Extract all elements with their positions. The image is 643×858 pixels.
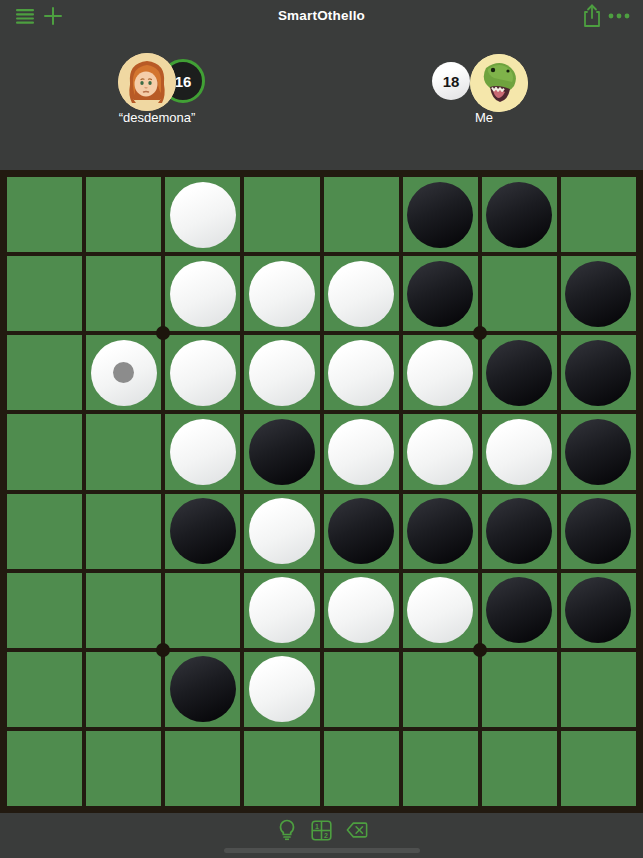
smartothello-screen: SmartOthello 16 [0, 0, 643, 858]
black-disc [170, 656, 236, 722]
white-disc [407, 419, 473, 485]
board-cell-h2[interactable] [561, 256, 636, 331]
board-cell-c8[interactable] [165, 731, 240, 806]
board-cell-g7[interactable] [482, 652, 557, 727]
home-indicator[interactable] [224, 848, 420, 853]
board-cell-a4[interactable] [7, 414, 82, 489]
board-cell-a5[interactable] [7, 494, 82, 569]
more-ellipsis-icon[interactable] [604, 0, 634, 32]
board-cell-b5[interactable] [86, 494, 161, 569]
white-disc [249, 340, 315, 406]
hint-lightbulb-icon[interactable] [276, 819, 298, 841]
board-cell-d8[interactable] [244, 731, 319, 806]
black-disc [565, 340, 631, 406]
white-disc [249, 498, 315, 564]
white-disc [407, 577, 473, 643]
last-move-marker [113, 362, 134, 383]
black-disc [249, 419, 315, 485]
board-cell-e2[interactable] [324, 256, 399, 331]
board-cell-g3[interactable] [482, 335, 557, 410]
white-score: 18 [443, 73, 460, 90]
board-cell-f7[interactable] [403, 652, 478, 727]
board-cell-b7[interactable] [86, 652, 161, 727]
board-cell-b8[interactable] [86, 731, 161, 806]
white-disc [328, 261, 394, 327]
player-left-avatar [118, 53, 176, 111]
board-cell-f6[interactable] [403, 573, 478, 648]
board-cell-c1[interactable] [165, 177, 240, 252]
move-numbers-grid-icon[interactable]: 1 2 [311, 819, 333, 841]
black-disc [407, 182, 473, 248]
board-cell-h7[interactable] [561, 652, 636, 727]
toolbar-icons: 1 2 [0, 819, 643, 841]
board-cell-e3[interactable] [324, 335, 399, 410]
black-disc [407, 261, 473, 327]
svg-text:1: 1 [315, 822, 319, 829]
player-right-name: Me [419, 110, 549, 125]
board-cell-g5[interactable] [482, 494, 557, 569]
board-cell-e4[interactable] [324, 414, 399, 489]
board-cell-c7[interactable] [165, 652, 240, 727]
board-cell-f1[interactable] [403, 177, 478, 252]
white-disc [170, 261, 236, 327]
board-cell-c6[interactable] [165, 573, 240, 648]
board-cell-d6[interactable] [244, 573, 319, 648]
board-cell-h5[interactable] [561, 494, 636, 569]
white-disc [249, 577, 315, 643]
board-cell-f5[interactable] [403, 494, 478, 569]
board-cell-f8[interactable] [403, 731, 478, 806]
black-score: 16 [175, 73, 192, 90]
board-cell-c3[interactable] [165, 335, 240, 410]
board-cell-e6[interactable] [324, 573, 399, 648]
white-disc [170, 419, 236, 485]
white-disc [249, 261, 315, 327]
white-disc [328, 419, 394, 485]
board-cell-f3[interactable] [403, 335, 478, 410]
board-cell-a3[interactable] [7, 335, 82, 410]
board-star-point [473, 643, 487, 657]
board-star-point [473, 326, 487, 340]
board-cell-g1[interactable] [482, 177, 557, 252]
player-right-avatar [470, 54, 528, 112]
board-cell-a1[interactable] [7, 177, 82, 252]
white-disc [249, 656, 315, 722]
player-left-name: “desdemona” [57, 110, 257, 125]
board-cell-a7[interactable] [7, 652, 82, 727]
white-disc [328, 577, 394, 643]
app-title: SmartOthello [0, 8, 643, 23]
board-cell-c5[interactable] [165, 494, 240, 569]
green-dinosaur-memoji-icon [470, 54, 528, 112]
black-disc [565, 498, 631, 564]
board-cell-d7[interactable] [244, 652, 319, 727]
board-cell-a2[interactable] [7, 256, 82, 331]
white-disc [486, 419, 552, 485]
board-cell-b6[interactable] [86, 573, 161, 648]
black-disc [486, 340, 552, 406]
black-disc [565, 261, 631, 327]
board-cell-h8[interactable] [561, 731, 636, 806]
board-cell-d2[interactable] [244, 256, 319, 331]
board-cell-d3[interactable] [244, 335, 319, 410]
white-disc [407, 340, 473, 406]
board-cell-g4[interactable] [482, 414, 557, 489]
board-cell-b2[interactable] [86, 256, 161, 331]
board-cell-c2[interactable] [165, 256, 240, 331]
white-disc [170, 182, 236, 248]
svg-text:2: 2 [324, 832, 328, 839]
board-cell-d1[interactable] [244, 177, 319, 252]
board-cell-h4[interactable] [561, 414, 636, 489]
board-cell-h1[interactable] [561, 177, 636, 252]
board-cell-e7[interactable] [324, 652, 399, 727]
board-star-point [156, 643, 170, 657]
red-haired-woman-memoji-icon [118, 53, 176, 111]
board-cell-g8[interactable] [482, 731, 557, 806]
board-cell-h3[interactable] [561, 335, 636, 410]
white-score-badge: 18 [432, 62, 470, 100]
board-cell-a6[interactable] [7, 573, 82, 648]
black-disc [486, 498, 552, 564]
board-cell-e5[interactable] [324, 494, 399, 569]
board-cell-b3[interactable] [86, 335, 161, 410]
board-cell-f4[interactable] [403, 414, 478, 489]
board-cell-e8[interactable] [324, 731, 399, 806]
board-cell-c4[interactable] [165, 414, 240, 489]
black-disc [565, 419, 631, 485]
black-disc [407, 498, 473, 564]
black-disc [565, 577, 631, 643]
black-disc [328, 498, 394, 564]
board-cell-d4[interactable] [244, 414, 319, 489]
white-disc [170, 340, 236, 406]
board-cell-h6[interactable] [561, 573, 636, 648]
board-cell-g2[interactable] [482, 256, 557, 331]
undo-backspace-icon[interactable] [346, 819, 368, 841]
board-cell-b1[interactable] [86, 177, 161, 252]
white-disc [328, 340, 394, 406]
board-cell-e1[interactable] [324, 177, 399, 252]
white-disc [91, 340, 157, 406]
board-cell-f2[interactable] [403, 256, 478, 331]
share-icon[interactable] [577, 0, 607, 32]
board-cell-g6[interactable] [482, 573, 557, 648]
board-cell-b4[interactable] [86, 414, 161, 489]
black-disc [170, 498, 236, 564]
navigation-bar: SmartOthello [0, 0, 643, 32]
board [0, 170, 643, 813]
board-cell-d5[interactable] [244, 494, 319, 569]
board-cell-a8[interactable] [7, 731, 82, 806]
players-header: 16 “desdemona” 18 [0, 32, 643, 170]
black-disc [486, 577, 552, 643]
black-disc [486, 182, 552, 248]
